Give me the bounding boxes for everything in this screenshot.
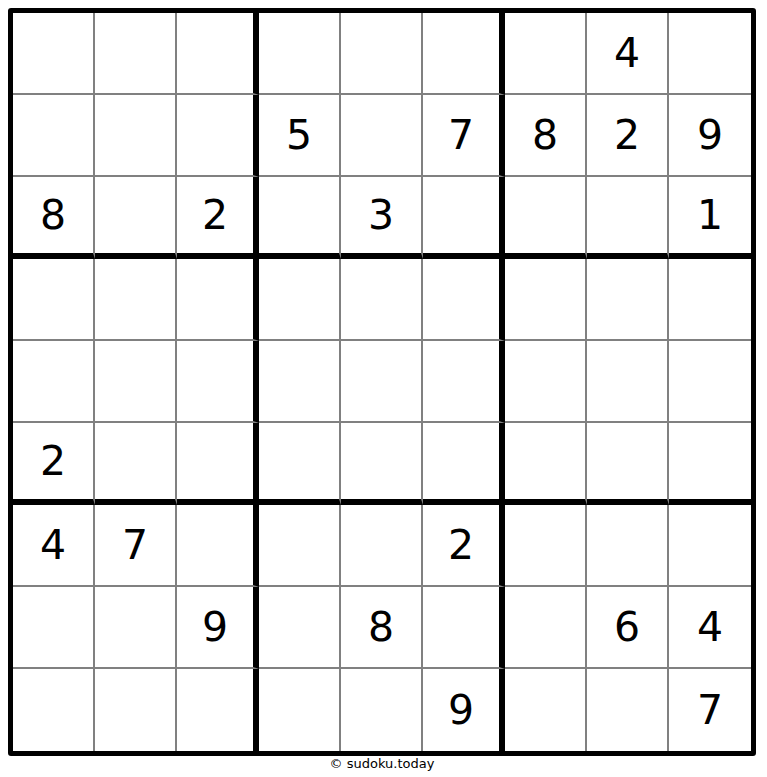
sudoku-cell-r6c2[interactable]	[95, 423, 177, 505]
sudoku-cell-r3c7[interactable]	[505, 177, 587, 259]
sudoku-cell-r4c4[interactable]	[259, 259, 341, 341]
sudoku-cell-r8c8: 6	[587, 587, 669, 669]
sudoku-cell-r8c7[interactable]	[505, 587, 587, 669]
sudoku-cell-r7c2: 7	[95, 505, 177, 587]
credit-text: © sudoku.today	[8, 756, 756, 771]
sudoku-cell-r9c8[interactable]	[587, 669, 669, 751]
sudoku-cell-r4c8[interactable]	[587, 259, 669, 341]
sudoku-cell-r9c6: 9	[423, 669, 505, 751]
sudoku-cell-r1c5[interactable]	[341, 13, 423, 95]
sudoku-page: 45782982312472986497 © sudoku.today	[0, 0, 767, 777]
sudoku-cell-r3c6[interactable]	[423, 177, 505, 259]
sudoku-cell-r8c6[interactable]	[423, 587, 505, 669]
sudoku-cell-r2c2[interactable]	[95, 95, 177, 177]
sudoku-cell-r1c9[interactable]	[669, 13, 751, 95]
sudoku-cell-r9c9: 7	[669, 669, 751, 751]
sudoku-cell-r5c4[interactable]	[259, 341, 341, 423]
sudoku-cell-r6c8[interactable]	[587, 423, 669, 505]
sudoku-cell-r8c4[interactable]	[259, 587, 341, 669]
sudoku-cell-r5c8[interactable]	[587, 341, 669, 423]
sudoku-cell-r6c1: 2	[13, 423, 95, 505]
sudoku-cell-r1c8: 4	[587, 13, 669, 95]
sudoku-cell-r1c4[interactable]	[259, 13, 341, 95]
sudoku-cell-r1c2[interactable]	[95, 13, 177, 95]
sudoku-cell-r4c9[interactable]	[669, 259, 751, 341]
sudoku-cell-r6c5[interactable]	[341, 423, 423, 505]
sudoku-cell-r4c6[interactable]	[423, 259, 505, 341]
sudoku-cell-r5c9[interactable]	[669, 341, 751, 423]
sudoku-cell-r3c4[interactable]	[259, 177, 341, 259]
sudoku-cell-r6c4[interactable]	[259, 423, 341, 505]
sudoku-cell-r7c5[interactable]	[341, 505, 423, 587]
sudoku-cell-r3c9: 1	[669, 177, 751, 259]
sudoku-cell-r9c1[interactable]	[13, 669, 95, 751]
sudoku-cell-r9c7[interactable]	[505, 669, 587, 751]
sudoku-cell-r9c5[interactable]	[341, 669, 423, 751]
sudoku-cell-r1c3[interactable]	[177, 13, 259, 95]
sudoku-cell-r1c6[interactable]	[423, 13, 505, 95]
sudoku-cell-r5c7[interactable]	[505, 341, 587, 423]
sudoku-cell-r5c1[interactable]	[13, 341, 95, 423]
sudoku-cell-r4c3[interactable]	[177, 259, 259, 341]
sudoku-cell-r6c3[interactable]	[177, 423, 259, 505]
sudoku-cell-r3c1: 8	[13, 177, 95, 259]
sudoku-cell-r6c7[interactable]	[505, 423, 587, 505]
sudoku-cell-r2c1[interactable]	[13, 95, 95, 177]
sudoku-cell-r7c8[interactable]	[587, 505, 669, 587]
sudoku-cell-r8c3: 9	[177, 587, 259, 669]
sudoku-cell-r4c7[interactable]	[505, 259, 587, 341]
sudoku-cell-r3c5: 3	[341, 177, 423, 259]
sudoku-cell-r4c2[interactable]	[95, 259, 177, 341]
sudoku-cell-r3c8[interactable]	[587, 177, 669, 259]
sudoku-cell-r9c3[interactable]	[177, 669, 259, 751]
sudoku-cell-r7c3[interactable]	[177, 505, 259, 587]
sudoku-cell-r2c5[interactable]	[341, 95, 423, 177]
sudoku-cell-r7c6: 2	[423, 505, 505, 587]
sudoku-cell-r4c1[interactable]	[13, 259, 95, 341]
sudoku-cell-r9c4[interactable]	[259, 669, 341, 751]
sudoku-board: 45782982312472986497	[8, 8, 756, 756]
sudoku-cell-r5c2[interactable]	[95, 341, 177, 423]
sudoku-cell-r7c9[interactable]	[669, 505, 751, 587]
sudoku-cell-r6c9[interactable]	[669, 423, 751, 505]
sudoku-cell-r3c3: 2	[177, 177, 259, 259]
sudoku-cell-r2c3[interactable]	[177, 95, 259, 177]
sudoku-cell-r2c6: 7	[423, 95, 505, 177]
sudoku-cell-r4c5[interactable]	[341, 259, 423, 341]
sudoku-cell-r6c6[interactable]	[423, 423, 505, 505]
sudoku-cell-r8c2[interactable]	[95, 587, 177, 669]
sudoku-cell-r3c2[interactable]	[95, 177, 177, 259]
sudoku-cell-r9c2[interactable]	[95, 669, 177, 751]
sudoku-cell-r2c9: 9	[669, 95, 751, 177]
sudoku-cell-r7c1: 4	[13, 505, 95, 587]
sudoku-cell-r8c1[interactable]	[13, 587, 95, 669]
sudoku-cell-r8c9: 4	[669, 587, 751, 669]
sudoku-cell-r8c5: 8	[341, 587, 423, 669]
sudoku-cell-r1c7[interactable]	[505, 13, 587, 95]
sudoku-cell-r7c7[interactable]	[505, 505, 587, 587]
sudoku-cell-r5c3[interactable]	[177, 341, 259, 423]
sudoku-cell-r7c4[interactable]	[259, 505, 341, 587]
sudoku-cell-r2c7: 8	[505, 95, 587, 177]
sudoku-cell-r5c5[interactable]	[341, 341, 423, 423]
sudoku-cell-r2c4: 5	[259, 95, 341, 177]
sudoku-cell-r2c8: 2	[587, 95, 669, 177]
sudoku-cell-r5c6[interactable]	[423, 341, 505, 423]
sudoku-cell-r1c1[interactable]	[13, 13, 95, 95]
